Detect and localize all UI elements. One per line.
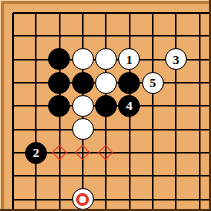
black-stone: [95, 95, 117, 117]
intersection-8-7[interactable]: [188, 164, 211, 187]
board-frame-right-edge: [209, 0, 211, 211]
intersection-4-1[interactable]: [94, 24, 117, 47]
stone-move-number: 5: [149, 76, 156, 89]
intersection-7-8[interactable]: [164, 188, 187, 211]
intersection-0-6[interactable]: [1, 141, 24, 164]
intersection-8-6[interactable]: [188, 141, 211, 164]
intersection-0-5[interactable]: [1, 118, 24, 141]
intersection-1-6[interactable]: 2: [24, 141, 47, 164]
intersection-6-6[interactable]: [141, 141, 164, 164]
intersection-6-2[interactable]: [141, 48, 164, 71]
intersection-0-1[interactable]: [1, 24, 24, 47]
intersection-1-3[interactable]: [24, 71, 47, 94]
intersection-3-0[interactable]: [71, 1, 94, 24]
white-stone-move-3: 3: [165, 48, 187, 70]
intersection-5-0[interactable]: [118, 1, 141, 24]
intersection-8-4[interactable]: [188, 94, 211, 117]
intersection-7-2[interactable]: 3: [164, 48, 187, 71]
intersection-2-3[interactable]: [48, 71, 71, 94]
intersection-6-3[interactable]: 5: [141, 71, 164, 94]
black-stone: [48, 48, 70, 70]
intersection-6-1[interactable]: [141, 24, 164, 47]
intersection-8-1[interactable]: [188, 24, 211, 47]
intersection-6-8[interactable]: [141, 188, 164, 211]
intersection-4-6[interactable]: [94, 141, 117, 164]
intersection-2-8[interactable]: [48, 188, 71, 211]
intersection-1-5[interactable]: [24, 118, 47, 141]
white-stone: [95, 48, 117, 70]
black-stone-move-4: 4: [118, 95, 140, 117]
intersection-2-1[interactable]: [48, 24, 71, 47]
intersection-0-7[interactable]: [1, 164, 24, 187]
white-stone-move-5: 5: [142, 72, 164, 94]
intersection-4-0[interactable]: [94, 1, 117, 24]
black-stone-move-2: 2: [25, 142, 47, 164]
board-frame-left-edge: [1, 1, 4, 211]
intersection-7-1[interactable]: [164, 24, 187, 47]
red-circle-marker: [76, 193, 89, 206]
intersection-1-0[interactable]: [24, 1, 47, 24]
intersection-3-5[interactable]: [71, 118, 94, 141]
intersection-3-1[interactable]: [71, 24, 94, 47]
intersection-4-7[interactable]: [94, 164, 117, 187]
intersection-6-5[interactable]: [141, 118, 164, 141]
intersection-6-4[interactable]: [141, 94, 164, 117]
intersection-5-3[interactable]: [118, 71, 141, 94]
intersection-5-6[interactable]: [118, 141, 141, 164]
intersection-2-7[interactable]: [48, 164, 71, 187]
intersection-7-5[interactable]: [164, 118, 187, 141]
intersection-2-0[interactable]: [48, 1, 71, 24]
intersection-3-8[interactable]: [71, 188, 94, 211]
board-frame-top-edge: [1, 1, 211, 4]
intersection-3-7[interactable]: [71, 164, 94, 187]
intersection-4-4[interactable]: [94, 94, 117, 117]
intersection-3-2[interactable]: [71, 48, 94, 71]
intersection-8-2[interactable]: [188, 48, 211, 71]
intersection-3-3[interactable]: [71, 71, 94, 94]
white-stone: [72, 48, 94, 70]
black-stone: [72, 72, 94, 94]
black-stone: [48, 72, 70, 94]
board-frame-bottom-edge: [0, 209, 211, 211]
stone-move-number: 3: [173, 53, 180, 66]
intersection-5-2[interactable]: 1: [118, 48, 141, 71]
go-board: 13542: [0, 0, 211, 211]
intersection-4-5[interactable]: [94, 118, 117, 141]
white-stone: [72, 118, 94, 140]
intersection-5-7[interactable]: [118, 164, 141, 187]
intersection-0-0[interactable]: [1, 1, 24, 24]
intersection-6-7[interactable]: [141, 164, 164, 187]
intersection-7-0[interactable]: [164, 1, 187, 24]
stone-move-number: 2: [33, 146, 40, 159]
intersection-1-8[interactable]: [24, 188, 47, 211]
intersection-3-6[interactable]: [71, 141, 94, 164]
intersection-4-8[interactable]: [94, 188, 117, 211]
intersection-0-2[interactable]: [1, 48, 24, 71]
intersection-3-4[interactable]: [71, 94, 94, 117]
black-stone: [48, 95, 70, 117]
intersection-5-1[interactable]: [118, 24, 141, 47]
intersection-4-3[interactable]: [94, 71, 117, 94]
white-stone: [72, 95, 94, 117]
intersection-1-2[interactable]: [24, 48, 47, 71]
intersection-0-8[interactable]: [1, 188, 24, 211]
intersection-4-2[interactable]: [94, 48, 117, 71]
white-stone: [72, 188, 94, 210]
intersection-6-0[interactable]: [141, 1, 164, 24]
intersection-7-6[interactable]: [164, 141, 187, 164]
white-stone-move-1: 1: [118, 48, 140, 70]
intersection-7-4[interactable]: [164, 94, 187, 117]
intersection-5-4[interactable]: 4: [118, 94, 141, 117]
intersection-5-8[interactable]: [118, 188, 141, 211]
intersection-7-7[interactable]: [164, 164, 187, 187]
intersection-8-5[interactable]: [188, 118, 211, 141]
white-stone: [95, 72, 117, 94]
intersection-0-4[interactable]: [1, 94, 24, 117]
intersection-8-8[interactable]: [188, 188, 211, 211]
go-board-grid: 13542: [1, 1, 211, 211]
intersection-0-3[interactable]: [1, 71, 24, 94]
red-diamond-marker: [75, 145, 91, 161]
intersection-5-5[interactable]: [118, 118, 141, 141]
red-diamond-marker: [52, 145, 68, 161]
intersection-1-7[interactable]: [24, 164, 47, 187]
intersection-1-4[interactable]: [24, 94, 47, 117]
intersection-2-2[interactable]: [48, 48, 71, 71]
intersection-1-1[interactable]: [24, 24, 47, 47]
intersection-2-6[interactable]: [48, 141, 71, 164]
black-stone: [118, 72, 140, 94]
stone-move-number: 1: [126, 53, 133, 66]
intersection-8-0[interactable]: [188, 1, 211, 24]
intersection-2-4[interactable]: [48, 94, 71, 117]
intersection-8-3[interactable]: [188, 71, 211, 94]
red-diamond-marker: [98, 145, 114, 161]
intersection-2-5[interactable]: [48, 118, 71, 141]
stone-move-number: 4: [126, 99, 133, 112]
intersection-7-3[interactable]: [164, 71, 187, 94]
